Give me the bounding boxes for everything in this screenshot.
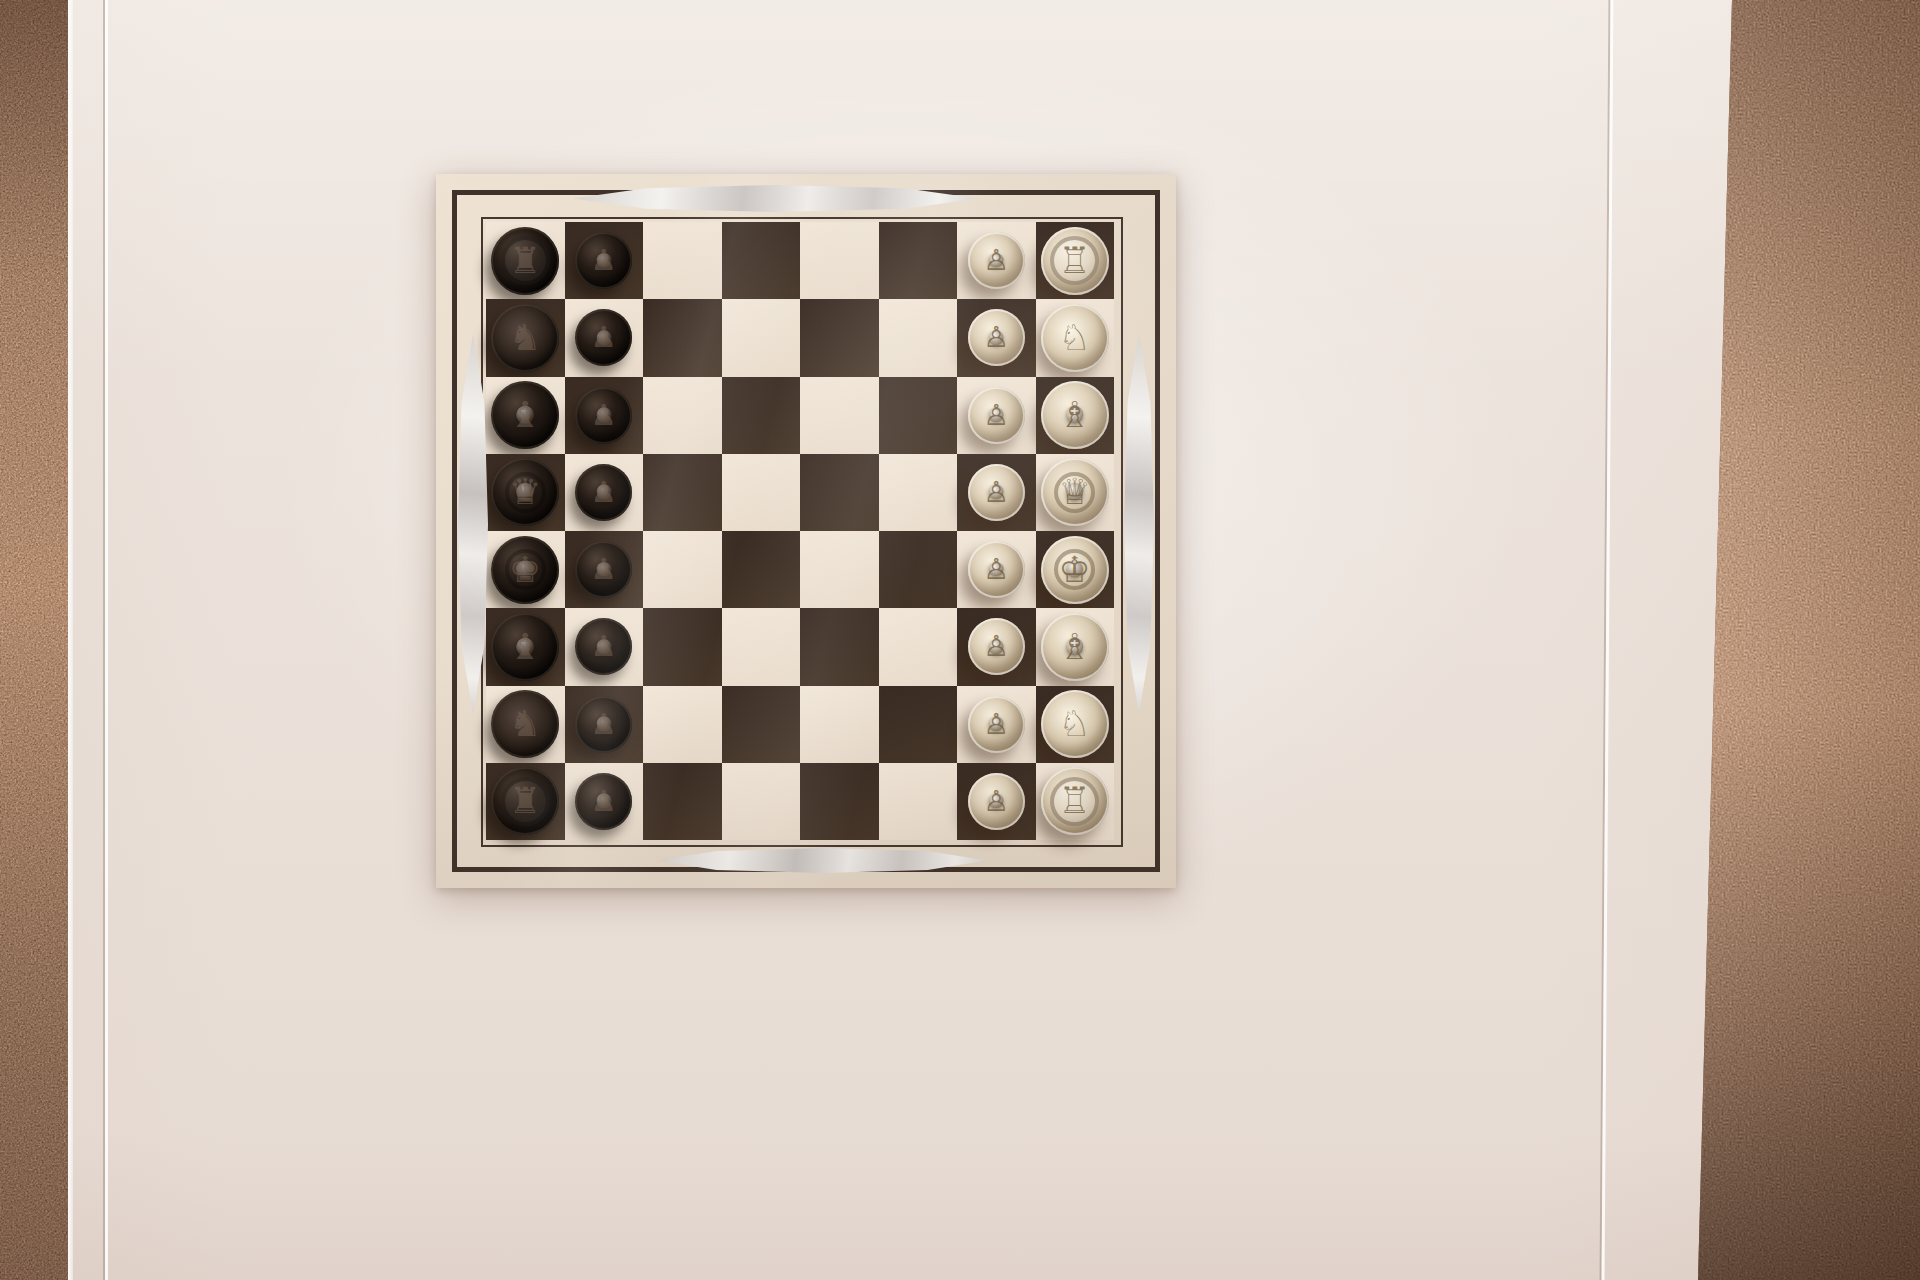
square-e4	[800, 531, 879, 608]
square-g6	[643, 686, 722, 763]
piece-glyph: ♔	[1059, 552, 1091, 588]
square-b1: ♘	[1036, 299, 1115, 376]
square-f2: ♙	[957, 608, 1036, 685]
piece-glyph: ♞	[509, 320, 541, 356]
square-a5	[722, 222, 801, 299]
square-b6	[643, 299, 722, 376]
piece-white-pawn-g2: ♙	[968, 696, 1025, 753]
square-g3	[879, 686, 958, 763]
piece-black-pawn-g7: ♟	[575, 696, 632, 753]
square-f6	[643, 608, 722, 685]
square-h8: ♜	[486, 763, 565, 840]
piece-glyph: ♚	[509, 552, 541, 588]
table-panel-line-right	[1600, 0, 1609, 1280]
square-c2: ♙	[957, 377, 1036, 454]
carpet-right-texture	[1698, 0, 1920, 1280]
square-d4	[800, 454, 879, 531]
piece-glyph: ♟	[591, 710, 617, 739]
square-a4	[800, 222, 879, 299]
square-e2: ♙	[957, 531, 1036, 608]
square-h5	[722, 763, 801, 840]
carpet-right	[1698, 0, 1920, 1280]
square-c8: ♝	[486, 377, 565, 454]
square-c1: ♗	[1036, 377, 1115, 454]
square-f5	[722, 608, 801, 685]
piece-white-pawn-b2: ♙	[968, 309, 1025, 366]
square-d1: ♕	[1036, 454, 1115, 531]
square-e1: ♔	[1036, 531, 1115, 608]
square-b8: ♞	[486, 299, 565, 376]
square-h4	[800, 763, 879, 840]
piece-glyph: ♙	[983, 555, 1009, 584]
square-c4	[800, 377, 879, 454]
piece-black-rook-h8: ♜	[491, 767, 559, 835]
piece-glyph: ♙	[983, 710, 1009, 739]
piece-black-knight-b8: ♞	[491, 304, 559, 372]
piece-white-king-e1: ♔	[1041, 536, 1109, 604]
piece-white-bishop-c1: ♗	[1041, 381, 1109, 449]
square-d6	[643, 454, 722, 531]
square-d2: ♙	[957, 454, 1036, 531]
piece-glyph: ♝	[509, 397, 541, 433]
piece-black-pawn-d7: ♟	[575, 464, 632, 521]
square-d3	[879, 454, 958, 531]
square-a8: ♜	[486, 222, 565, 299]
piece-white-queen-d1: ♕	[1041, 458, 1109, 526]
square-f7: ♟	[565, 608, 644, 685]
piece-black-pawn-c7: ♟	[575, 387, 632, 444]
piece-glyph: ♟	[591, 555, 617, 584]
board-squares: ♜♟♙♖♞♟♙♘♝♟♙♗♛♟♙♕♚♟♙♔♝♟♙♗♞♟♙♘♜♟♙♖	[486, 222, 1114, 840]
square-c6	[643, 377, 722, 454]
square-a3	[879, 222, 958, 299]
square-a1: ♖	[1036, 222, 1115, 299]
piece-black-queen-d8: ♛	[491, 458, 559, 526]
piece-glyph: ♜	[509, 243, 541, 279]
scene: ♜♟♙♖♞♟♙♘♝♟♙♗♛♟♙♕♚♟♙♔♝♟♙♗♞♟♙♘♜♟♙♖	[0, 0, 1920, 1280]
square-e8: ♚	[486, 531, 565, 608]
piece-black-king-e8: ♚	[491, 536, 559, 604]
piece-glyph: ♕	[1059, 474, 1091, 510]
square-h6	[643, 763, 722, 840]
piece-glyph: ♝	[509, 629, 541, 665]
square-g7: ♟	[565, 686, 644, 763]
piece-glyph: ♖	[1059, 783, 1091, 819]
piece-black-pawn-f7: ♟	[575, 618, 632, 675]
piece-black-rook-a8: ♜	[491, 227, 559, 295]
square-a2: ♙	[957, 222, 1036, 299]
square-g5	[722, 686, 801, 763]
piece-white-pawn-c2: ♙	[968, 387, 1025, 444]
piece-glyph: ♗	[1059, 397, 1091, 433]
square-d8: ♛	[486, 454, 565, 531]
square-g1: ♘	[1036, 686, 1115, 763]
piece-black-bishop-f8: ♝	[491, 613, 559, 681]
square-e7: ♟	[565, 531, 644, 608]
piece-glyph: ♙	[983, 401, 1009, 430]
square-h7: ♟	[565, 763, 644, 840]
pearl-inlay-bottom	[657, 848, 987, 873]
square-b2: ♙	[957, 299, 1036, 376]
piece-glyph: ♟	[591, 632, 617, 661]
piece-white-knight-b1: ♘	[1041, 304, 1109, 372]
square-a7: ♟	[565, 222, 644, 299]
chess-board: ♜♟♙♖♞♟♙♘♝♟♙♗♛♟♙♕♚♟♙♔♝♟♙♗♞♟♙♘♜♟♙♖	[436, 174, 1176, 888]
square-h1: ♖	[1036, 763, 1115, 840]
square-b3	[879, 299, 958, 376]
square-f1: ♗	[1036, 608, 1115, 685]
piece-black-pawn-e7: ♟	[575, 541, 632, 598]
piece-black-pawn-a7: ♟	[575, 232, 632, 289]
square-d5	[722, 454, 801, 531]
piece-glyph: ♟	[591, 401, 617, 430]
piece-black-pawn-h7: ♟	[575, 773, 632, 830]
square-b4	[800, 299, 879, 376]
piece-glyph: ♞	[509, 706, 541, 742]
piece-glyph: ♟	[591, 323, 617, 352]
square-b5	[722, 299, 801, 376]
piece-black-knight-g8: ♞	[491, 690, 559, 758]
piece-white-bishop-f1: ♗	[1041, 613, 1109, 681]
square-e3	[879, 531, 958, 608]
square-a6	[643, 222, 722, 299]
piece-glyph: ♖	[1059, 243, 1091, 279]
square-g8: ♞	[486, 686, 565, 763]
square-c5	[722, 377, 801, 454]
square-g4	[800, 686, 879, 763]
square-b7: ♟	[565, 299, 644, 376]
square-h2: ♙	[957, 763, 1036, 840]
table-edge-highlight	[68, 0, 73, 1280]
piece-glyph: ♟	[591, 478, 617, 507]
piece-white-pawn-d2: ♙	[968, 464, 1025, 521]
square-e6	[643, 531, 722, 608]
piece-white-rook-a1: ♖	[1041, 227, 1109, 295]
piece-glyph: ♘	[1059, 706, 1091, 742]
piece-glyph: ♘	[1059, 320, 1091, 356]
piece-black-pawn-b7: ♟	[575, 309, 632, 366]
piece-white-pawn-e2: ♙	[968, 541, 1025, 598]
square-d7: ♟	[565, 454, 644, 531]
square-e5	[722, 531, 801, 608]
piece-glyph: ♙	[983, 478, 1009, 507]
piece-white-pawn-h2: ♙	[968, 773, 1025, 830]
square-f8: ♝	[486, 608, 565, 685]
piece-white-knight-g1: ♘	[1041, 690, 1109, 758]
piece-glyph: ♗	[1059, 629, 1091, 665]
piece-glyph: ♜	[509, 783, 541, 819]
piece-white-rook-h1: ♖	[1041, 767, 1109, 835]
piece-glyph: ♟	[591, 246, 617, 275]
pearl-inlay-right	[1124, 334, 1154, 714]
piece-glyph: ♙	[983, 246, 1009, 275]
piece-black-bishop-c8: ♝	[491, 381, 559, 449]
square-f3	[879, 608, 958, 685]
square-h3	[879, 763, 958, 840]
piece-glyph: ♙	[983, 323, 1009, 352]
square-c7: ♟	[565, 377, 644, 454]
piece-glyph: ♟	[591, 787, 617, 816]
carpet-left	[0, 0, 68, 1280]
piece-glyph: ♙	[983, 632, 1009, 661]
square-f4	[800, 608, 879, 685]
piece-white-pawn-f2: ♙	[968, 618, 1025, 675]
carpet-left-texture	[0, 0, 68, 1280]
piece-glyph: ♛	[509, 474, 541, 510]
pearl-inlay-top	[573, 185, 978, 212]
pearl-inlay-left	[458, 334, 488, 714]
square-g2: ♙	[957, 686, 1036, 763]
square-c3	[879, 377, 958, 454]
piece-glyph: ♙	[983, 787, 1009, 816]
piece-white-pawn-a2: ♙	[968, 232, 1025, 289]
